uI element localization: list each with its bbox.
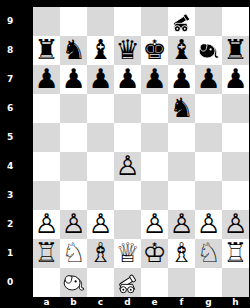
piece-white-knight-g1[interactable]: ♘ <box>196 239 220 266</box>
piece-black-pawn-h7[interactable]: ♟ <box>223 65 247 92</box>
square-d3[interactable] <box>114 181 141 210</box>
square-f7[interactable]: ♟ <box>168 65 195 94</box>
file-label-a: a <box>33 297 60 308</box>
square-h2[interactable]: ♙ <box>222 210 249 239</box>
game-board: ♜♞♝♛♚♝ ♜♟♟♟♟♟♟♟♟♞♙♙♙♙♙♙♙♙♖♘♗♕♔♗♘♖ <box>33 7 249 297</box>
square-e5[interactable] <box>141 123 168 152</box>
square-c2[interactable]: ♙ <box>87 210 114 239</box>
rank-label-0: 0 <box>7 268 27 297</box>
file-label-c: c <box>87 297 114 308</box>
piece-white-cannon-d0[interactable] <box>115 270 140 295</box>
file-label-b: b <box>60 297 87 308</box>
square-g6[interactable] <box>195 94 222 123</box>
square-a1[interactable]: ♖ <box>33 239 60 268</box>
piece-white-bishop-f1[interactable]: ♗ <box>169 239 193 266</box>
rank-label-1: 1 <box>7 239 27 268</box>
square-e4[interactable] <box>141 152 168 181</box>
square-h9[interactable] <box>222 7 249 36</box>
piece-black-pawn-e7[interactable]: ♟ <box>142 65 166 92</box>
square-g9[interactable] <box>195 7 222 36</box>
rank-label-7: 7 <box>7 65 27 94</box>
square-c0[interactable] <box>87 268 114 297</box>
rank-label-8: 8 <box>7 36 27 65</box>
piece-black-pawn-f7[interactable]: ♟ <box>169 65 193 92</box>
piece-black-king-e8[interactable]: ♚ <box>142 36 166 63</box>
square-a7[interactable]: ♟ <box>33 65 60 94</box>
piece-black-pawn-b7[interactable]: ♟ <box>61 65 85 92</box>
square-a0[interactable] <box>33 268 60 297</box>
square-d1[interactable]: ♕ <box>114 239 141 268</box>
piece-white-pawn-e2[interactable]: ♙ <box>142 210 166 237</box>
square-c8[interactable]: ♝ <box>87 36 114 65</box>
square-b7[interactable]: ♟ <box>60 65 87 94</box>
square-c3[interactable] <box>87 181 114 210</box>
square-d8[interactable]: ♛ <box>114 36 141 65</box>
square-e1[interactable]: ♔ <box>141 239 168 268</box>
piece-white-rook-h1[interactable]: ♖ <box>223 239 247 266</box>
square-a2[interactable]: ♙ <box>33 210 60 239</box>
square-h1[interactable]: ♖ <box>222 239 249 268</box>
square-b5[interactable] <box>60 123 87 152</box>
square-e0[interactable] <box>141 268 168 297</box>
square-f1[interactable]: ♗ <box>168 239 195 268</box>
square-g3[interactable] <box>195 181 222 210</box>
square-g8[interactable] <box>195 36 222 65</box>
piece-white-queen-d1[interactable]: ♕ <box>115 239 139 266</box>
square-a8[interactable]: ♜ <box>33 36 60 65</box>
piece-black-bishop-f8[interactable]: ♝ <box>169 36 193 63</box>
square-e9[interactable] <box>141 7 168 36</box>
square-g0[interactable] <box>195 268 222 297</box>
file-label-f: f <box>168 297 195 308</box>
square-d5[interactable] <box>114 123 141 152</box>
piece-black-cannon-f9[interactable] <box>169 9 194 34</box>
square-f2[interactable]: ♙ <box>168 210 195 239</box>
square-a6[interactable] <box>33 94 60 123</box>
piece-white-pawn-f2[interactable]: ♙ <box>169 210 193 237</box>
square-h4[interactable] <box>222 152 249 181</box>
square-a5[interactable] <box>33 123 60 152</box>
piece-black-pawn-a7[interactable]: ♟ <box>34 65 58 92</box>
square-c9[interactable] <box>87 7 114 36</box>
piece-white-pawn-c2[interactable]: ♙ <box>88 210 112 237</box>
square-h0[interactable] <box>222 268 249 297</box>
square-a9[interactable] <box>33 7 60 36</box>
piece-black-pawn-d7[interactable]: ♟ <box>115 65 139 92</box>
square-b4[interactable] <box>60 152 87 181</box>
square-e8[interactable]: ♚ <box>141 36 168 65</box>
square-f0[interactable] <box>168 268 195 297</box>
square-g1[interactable]: ♘ <box>195 239 222 268</box>
rank-label-5: 5 <box>7 123 27 152</box>
piece-black-rook-a8[interactable]: ♜ <box>34 36 58 63</box>
square-c1[interactable]: ♗ <box>87 239 114 268</box>
piece-black-knight-f6[interactable]: ♞ <box>169 94 193 121</box>
square-d2[interactable] <box>114 210 141 239</box>
file-label-h: h <box>222 297 249 308</box>
square-b6[interactable] <box>60 94 87 123</box>
square-a3[interactable] <box>33 181 60 210</box>
square-f9[interactable] <box>168 7 195 36</box>
rank-label-3: 3 <box>7 181 27 210</box>
square-e2[interactable]: ♙ <box>141 210 168 239</box>
square-e7[interactable]: ♟ <box>141 65 168 94</box>
rank-label-4: 4 <box>7 152 27 181</box>
square-b8[interactable]: ♞ <box>60 36 87 65</box>
square-f5[interactable] <box>168 123 195 152</box>
square-d9[interactable] <box>114 7 141 36</box>
file-label-d: d <box>114 297 141 308</box>
square-a4[interactable] <box>33 152 60 181</box>
piece-white-pawn-d4[interactable]: ♙ <box>115 152 139 179</box>
square-g4[interactable] <box>195 152 222 181</box>
square-h8[interactable]: ♜ <box>222 36 249 65</box>
square-c6[interactable] <box>87 94 114 123</box>
square-g5[interactable] <box>195 123 222 152</box>
piece-white-pawn-a2[interactable]: ♙ <box>34 210 58 237</box>
piece-black-pawn-g7[interactable]: ♟ <box>196 65 220 92</box>
piece-white-bishop-c1[interactable]: ♗ <box>88 239 112 266</box>
piece-black-elephant-g8[interactable] <box>196 38 221 63</box>
square-d7[interactable]: ♟ <box>114 65 141 94</box>
piece-white-pawn-h2[interactable]: ♙ <box>223 210 247 237</box>
square-f6[interactable]: ♞ <box>168 94 195 123</box>
square-f8[interactable]: ♝ <box>168 36 195 65</box>
square-c5[interactable] <box>87 123 114 152</box>
piece-white-king-e1[interactable]: ♔ <box>142 239 166 266</box>
rank-label-9: 9 <box>7 7 27 36</box>
file-label-g: g <box>195 297 222 308</box>
square-h3[interactable] <box>222 181 249 210</box>
square-h7[interactable]: ♟ <box>222 65 249 94</box>
piece-black-knight-b8[interactable]: ♞ <box>61 36 85 63</box>
file-label-e: e <box>141 297 168 308</box>
piece-black-pawn-c7[interactable]: ♟ <box>88 65 112 92</box>
square-b9[interactable] <box>60 7 87 36</box>
square-e6[interactable] <box>141 94 168 123</box>
piece-black-queen-d8[interactable]: ♛ <box>115 36 139 63</box>
piece-white-rook-a1[interactable]: ♖ <box>34 239 58 266</box>
square-d6[interactable] <box>114 94 141 123</box>
square-b0[interactable] <box>60 268 87 297</box>
square-e3[interactable] <box>141 181 168 210</box>
piece-white-pawn-g2[interactable]: ♙ <box>196 210 220 237</box>
square-h6[interactable] <box>222 94 249 123</box>
board-frame: 9876543210 ♜♞♝♛♚♝ ♜♟♟♟♟♟♟♟♟♞♙♙♙♙♙♙♙♙♖♘♗♕… <box>0 0 250 308</box>
square-c4[interactable] <box>87 152 114 181</box>
piece-white-pawn-b2[interactable]: ♙ <box>61 210 85 237</box>
square-b1[interactable]: ♘ <box>60 239 87 268</box>
rank-label-6: 6 <box>7 94 27 123</box>
square-h5[interactable] <box>222 123 249 152</box>
square-g2[interactable]: ♙ <box>195 210 222 239</box>
rank-label-2: 2 <box>7 210 27 239</box>
piece-black-rook-h8[interactable]: ♜ <box>223 36 247 63</box>
piece-white-elephant-b0[interactable] <box>61 270 86 295</box>
square-g7[interactable]: ♟ <box>195 65 222 94</box>
square-f4[interactable] <box>168 152 195 181</box>
piece-white-knight-b1[interactable]: ♘ <box>61 239 85 266</box>
square-b3[interactable] <box>60 181 87 210</box>
square-c7[interactable]: ♟ <box>87 65 114 94</box>
square-d0[interactable] <box>114 268 141 297</box>
square-f3[interactable] <box>168 181 195 210</box>
square-b2[interactable]: ♙ <box>60 210 87 239</box>
square-d4[interactable]: ♙ <box>114 152 141 181</box>
piece-black-bishop-c8[interactable]: ♝ <box>88 36 112 63</box>
